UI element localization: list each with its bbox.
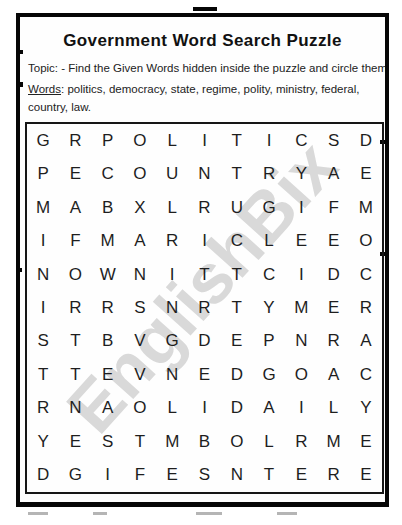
- grid-cell: E: [350, 157, 382, 190]
- grid-cell: E: [188, 358, 220, 391]
- grid-cell: I: [27, 224, 59, 257]
- grid-cell: G: [59, 459, 91, 492]
- grid-cell: R: [253, 157, 285, 190]
- grid-cell: E: [350, 459, 382, 492]
- grid-cell: T: [27, 358, 59, 391]
- grid-cell: D: [350, 124, 382, 157]
- grid-cell: R: [350, 291, 382, 324]
- grid-cell: E: [350, 425, 382, 458]
- grid-cell: N: [188, 157, 220, 190]
- grid-cell: M: [350, 191, 382, 224]
- grid-cell: O: [124, 392, 156, 425]
- grid-cell: D: [317, 258, 349, 291]
- grid-cell: R: [317, 459, 349, 492]
- grid-cell: V: [124, 358, 156, 391]
- grid-cell: I: [92, 459, 124, 492]
- grid-cell: A: [59, 191, 91, 224]
- grid-cell: M: [156, 425, 188, 458]
- grid-cell: P: [253, 325, 285, 358]
- grid-cell: O: [285, 358, 317, 391]
- grid-cell: R: [188, 191, 220, 224]
- grid-cell: Y: [253, 291, 285, 324]
- grid-cell: P: [92, 124, 124, 157]
- grid-cell: N: [27, 258, 59, 291]
- grid-cell: R: [27, 392, 59, 425]
- grid-cell: E: [285, 459, 317, 492]
- grid-cell: P: [27, 157, 59, 190]
- grid-cell: N: [59, 392, 91, 425]
- grid-cell: C: [92, 157, 124, 190]
- grid-cell: T: [59, 358, 91, 391]
- scan-mark: [93, 512, 107, 515]
- grid-cell: Y: [350, 392, 382, 425]
- page-frame: Government Word Search Puzzle Topic: - F…: [16, 13, 389, 507]
- grid-cell: A: [253, 392, 285, 425]
- grid-cell: U: [156, 157, 188, 190]
- grid-cell: R: [92, 291, 124, 324]
- grid-cell: T: [124, 425, 156, 458]
- grid-cell: M: [317, 425, 349, 458]
- scan-mark: [16, 268, 22, 272]
- grid-cell: G: [27, 124, 59, 157]
- grid-cell: U: [221, 191, 253, 224]
- grid-cell: R: [317, 325, 349, 358]
- grid-cell: C: [221, 224, 253, 257]
- grid-cell: X: [124, 191, 156, 224]
- grid-cell: V: [124, 325, 156, 358]
- grid-cell: E: [221, 325, 253, 358]
- grid-cell: O: [124, 157, 156, 190]
- grid-cell: R: [188, 291, 220, 324]
- scan-mark: [196, 512, 222, 515]
- grid-cell: G: [253, 358, 285, 391]
- grid-cell: L: [253, 224, 285, 257]
- grid-cell: R: [285, 425, 317, 458]
- grid-cell: O: [350, 224, 382, 257]
- topic-line: Topic: - Find the Given Words hidden ins…: [28, 62, 387, 74]
- scan-mark: [28, 512, 48, 515]
- grid-cell: C: [285, 124, 317, 157]
- grid-cell: S: [188, 459, 220, 492]
- grid-cell: E: [92, 358, 124, 391]
- letter-grid: GRPOLITICSDPECOUNTRYAEMABXLRUGIFMIFMARIC…: [27, 124, 382, 492]
- grid-cell: A: [317, 157, 349, 190]
- grid-cell: I: [285, 191, 317, 224]
- grid-cell: N: [156, 358, 188, 391]
- grid-cell: E: [59, 425, 91, 458]
- grid-cell: O: [59, 258, 91, 291]
- grid-cell: L: [156, 191, 188, 224]
- grid-cell: F: [124, 459, 156, 492]
- grid-cell: N: [124, 258, 156, 291]
- grid-cell: I: [188, 224, 220, 257]
- grid-cell: A: [350, 325, 382, 358]
- page-title: Government Word Search Puzzle: [20, 31, 385, 51]
- word-search-grid-box: GRPOLITICSDPECOUNTRYAEMABXLRUGIFMIFMARIC…: [25, 122, 384, 494]
- grid-cell: B: [92, 191, 124, 224]
- grid-cell: B: [188, 425, 220, 458]
- words-line: Words: politics, democracy, state, regim…: [28, 83, 360, 95]
- grid-cell: E: [285, 224, 317, 257]
- grid-cell: L: [156, 392, 188, 425]
- grid-cell: Y: [285, 157, 317, 190]
- grid-cell: L: [253, 425, 285, 458]
- grid-cell: N: [285, 325, 317, 358]
- grid-cell: M: [27, 191, 59, 224]
- grid-cell: T: [221, 291, 253, 324]
- grid-cell: F: [59, 224, 91, 257]
- grid-cell: T: [221, 124, 253, 157]
- grid-cell: E: [317, 291, 349, 324]
- grid-cell: Y: [27, 425, 59, 458]
- grid-cell: I: [27, 291, 59, 324]
- grid-cell: B: [92, 325, 124, 358]
- grid-cell: E: [59, 157, 91, 190]
- grid-cell: F: [317, 191, 349, 224]
- grid-cell: R: [59, 291, 91, 324]
- words-list-part1: : politics, democracy, state, regime, po…: [61, 83, 359, 95]
- grid-cell: M: [92, 224, 124, 257]
- grid-cell: A: [124, 224, 156, 257]
- words-label: Words: [28, 83, 61, 95]
- grid-cell: L: [317, 392, 349, 425]
- grid-cell: D: [221, 358, 253, 391]
- grid-cell: T: [253, 459, 285, 492]
- scan-mark: [16, 82, 23, 87]
- grid-cell: I: [156, 258, 188, 291]
- scan-mark: [277, 512, 297, 515]
- grid-cell: T: [188, 258, 220, 291]
- grid-cell: S: [27, 325, 59, 358]
- grid-cell: I: [253, 124, 285, 157]
- scan-mark: [193, 7, 217, 11]
- grid-cell: O: [124, 124, 156, 157]
- grid-cell: A: [92, 392, 124, 425]
- grid-cell: I: [285, 258, 317, 291]
- grid-cell: N: [156, 291, 188, 324]
- grid-cell: E: [317, 224, 349, 257]
- grid-cell: M: [285, 291, 317, 324]
- grid-cell: I: [285, 392, 317, 425]
- grid-cell: L: [156, 124, 188, 157]
- worksheet-page: Government Word Search Puzzle Topic: - F…: [0, 0, 402, 525]
- grid-cell: D: [221, 392, 253, 425]
- grid-cell: I: [188, 392, 220, 425]
- grid-cell: D: [27, 459, 59, 492]
- grid-cell: W: [92, 258, 124, 291]
- grid-cell: C: [350, 358, 382, 391]
- grid-cell: C: [350, 258, 382, 291]
- grid-cell: G: [253, 191, 285, 224]
- words-list-part2: country, law.: [28, 101, 91, 113]
- grid-cell: I: [188, 124, 220, 157]
- grid-cell: C: [253, 258, 285, 291]
- grid-cell: O: [221, 425, 253, 458]
- grid-cell: T: [221, 258, 253, 291]
- grid-cell: R: [156, 224, 188, 257]
- grid-cell: R: [59, 124, 91, 157]
- grid-cell: A: [317, 358, 349, 391]
- grid-cell: S: [92, 425, 124, 458]
- grid-cell: E: [156, 459, 188, 492]
- grid-cell: G: [156, 325, 188, 358]
- grid-cell: T: [59, 325, 91, 358]
- grid-cell: N: [221, 459, 253, 492]
- grid-cell: S: [317, 124, 349, 157]
- grid-cell: S: [124, 291, 156, 324]
- grid-cell: D: [188, 325, 220, 358]
- grid-cell: T: [221, 157, 253, 190]
